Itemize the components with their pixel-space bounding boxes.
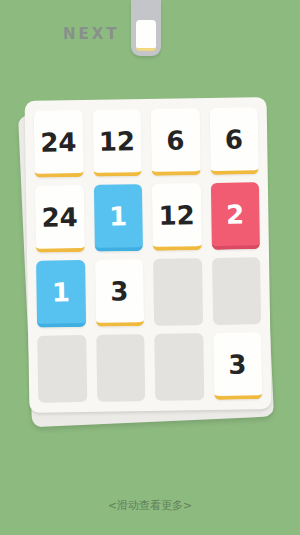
tile-12[interactable]: 12 [152, 183, 202, 251]
tile-3[interactable]: 3 [95, 259, 145, 327]
next-tile-preview [136, 20, 156, 51]
empty-cell [154, 333, 204, 401]
tile-2[interactable]: 2 [210, 182, 260, 250]
empty-cell [96, 334, 146, 402]
tile-1[interactable]: 1 [36, 260, 86, 328]
swipe-hint-text: <滑动查看更多> [0, 498, 300, 513]
board-grid[interactable]: 241266241122133 [25, 97, 272, 413]
tile-6[interactable]: 6 [151, 108, 201, 176]
tile-24[interactable]: 24 [34, 110, 84, 178]
threes-app-screen: NEXT 241266241122133 <滑动查看更多> [0, 0, 300, 535]
tile-12[interactable]: 12 [92, 109, 142, 177]
tile-1[interactable]: 1 [93, 184, 143, 252]
tile-3[interactable]: 3 [213, 332, 263, 400]
next-label: NEXT [63, 25, 120, 43]
empty-cell [37, 335, 87, 403]
board-stack: 241266241122133 [27, 99, 269, 411]
empty-cell [153, 258, 203, 326]
tile-24[interactable]: 24 [35, 185, 85, 253]
next-tile-slot [131, 0, 161, 56]
tile-6[interactable]: 6 [209, 107, 259, 175]
empty-cell [212, 257, 262, 325]
